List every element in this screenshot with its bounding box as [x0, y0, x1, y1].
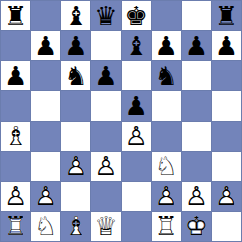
square-b6[interactable] [31, 61, 60, 90]
square-f1[interactable]: ♜♖ [152, 212, 181, 241]
square-e4[interactable]: ♟♙ [122, 122, 151, 151]
white-rook-icon[interactable]: ♜♖ [152, 212, 181, 241]
white-pawn-icon[interactable]: ♟♙ [182, 182, 211, 211]
square-d4[interactable] [91, 122, 120, 151]
square-c8[interactable]: ♝ [61, 1, 90, 30]
square-c5[interactable] [61, 91, 90, 120]
square-e6[interactable] [122, 61, 151, 90]
black-pawn-icon[interactable]: ♟ [61, 31, 90, 60]
black-bishop-icon[interactable]: ♝ [61, 1, 90, 30]
white-pawn-icon[interactable]: ♟♙ [152, 182, 181, 211]
square-h5[interactable] [212, 91, 241, 120]
square-d7[interactable] [91, 31, 120, 60]
square-d2[interactable] [91, 182, 120, 211]
square-e8[interactable]: ♚ [122, 1, 151, 30]
square-g6[interactable] [182, 61, 211, 90]
square-d5[interactable] [91, 91, 120, 120]
square-c6[interactable]: ♞ [61, 61, 90, 90]
square-f8[interactable] [152, 1, 181, 30]
square-h6[interactable] [212, 61, 241, 90]
square-b2[interactable]: ♟♙ [31, 182, 60, 211]
square-h8[interactable]: ♜ [212, 1, 241, 30]
square-b8[interactable] [31, 1, 60, 30]
square-h4[interactable] [212, 122, 241, 151]
chess-board-container: ♜♝♛♚♜♟♟♝♟♟♟♟♞♟♞♟♝♗♟♙♟♙♟♙♞♘♟♙♟♙♟♙♟♙♟♙♜♖♞♘… [0, 0, 242, 242]
square-f7[interactable]: ♟ [152, 31, 181, 60]
square-e5[interactable]: ♟ [122, 91, 151, 120]
white-pawn-icon[interactable]: ♟♙ [1, 182, 30, 211]
square-c1[interactable]: ♝♗ [61, 212, 90, 241]
white-king-icon[interactable]: ♚♔ [182, 212, 211, 241]
square-g1[interactable]: ♚♔ [182, 212, 211, 241]
square-d8[interactable]: ♛ [91, 1, 120, 30]
square-h3[interactable] [212, 152, 241, 181]
black-pawn-icon[interactable]: ♟ [212, 31, 241, 60]
white-rook-icon[interactable]: ♜♖ [1, 212, 30, 241]
square-e7[interactable]: ♝ [122, 31, 151, 60]
square-f4[interactable] [152, 122, 181, 151]
square-a1[interactable]: ♜♖ [1, 212, 30, 241]
black-rook-icon[interactable]: ♜ [1, 1, 30, 30]
square-g8[interactable] [182, 1, 211, 30]
square-b3[interactable] [31, 152, 60, 181]
white-knight-icon[interactable]: ♞♘ [152, 152, 181, 181]
square-b7[interactable]: ♟ [31, 31, 60, 60]
square-a3[interactable] [1, 152, 30, 181]
black-rook-icon[interactable]: ♜ [212, 1, 241, 30]
black-knight-icon[interactable]: ♞ [152, 61, 181, 90]
white-pawn-icon[interactable]: ♟♙ [31, 182, 60, 211]
white-bishop-icon[interactable]: ♝♗ [1, 122, 30, 151]
square-a6[interactable]: ♟ [1, 61, 30, 90]
white-pawn-icon[interactable]: ♟♙ [212, 182, 241, 211]
square-c7[interactable]: ♟ [61, 31, 90, 60]
black-pawn-icon[interactable]: ♟ [31, 31, 60, 60]
square-c4[interactable] [61, 122, 90, 151]
square-c2[interactable] [61, 182, 90, 211]
black-knight-icon[interactable]: ♞ [61, 61, 90, 90]
square-g4[interactable] [182, 122, 211, 151]
square-d1[interactable]: ♛♕ [91, 212, 120, 241]
square-e1[interactable] [122, 212, 151, 241]
chess-board: ♜♝♛♚♜♟♟♝♟♟♟♟♞♟♞♟♝♗♟♙♟♙♟♙♞♘♟♙♟♙♟♙♟♙♟♙♜♖♞♘… [0, 0, 242, 242]
square-c3[interactable]: ♟♙ [61, 152, 90, 181]
square-a4[interactable]: ♝♗ [1, 122, 30, 151]
square-e2[interactable] [122, 182, 151, 211]
square-a7[interactable] [1, 31, 30, 60]
black-pawn-icon[interactable]: ♟ [1, 61, 30, 90]
square-f2[interactable]: ♟♙ [152, 182, 181, 211]
black-king-icon[interactable]: ♚ [122, 1, 151, 30]
white-knight-icon[interactable]: ♞♘ [31, 212, 60, 241]
square-f5[interactable] [152, 91, 181, 120]
square-b1[interactable]: ♞♘ [31, 212, 60, 241]
square-h1[interactable] [212, 212, 241, 241]
square-f6[interactable]: ♞ [152, 61, 181, 90]
square-e3[interactable] [122, 152, 151, 181]
white-pawn-icon[interactable]: ♟♙ [61, 152, 90, 181]
square-h7[interactable]: ♟ [212, 31, 241, 60]
black-pawn-icon[interactable]: ♟ [91, 61, 120, 90]
square-a8[interactable]: ♜ [1, 1, 30, 30]
square-g7[interactable]: ♟ [182, 31, 211, 60]
black-bishop-icon[interactable]: ♝ [122, 31, 151, 60]
square-b5[interactable] [31, 91, 60, 120]
black-pawn-icon[interactable]: ♟ [182, 31, 211, 60]
square-g5[interactable] [182, 91, 211, 120]
square-f3[interactable]: ♞♘ [152, 152, 181, 181]
square-a2[interactable]: ♟♙ [1, 182, 30, 211]
white-pawn-icon[interactable]: ♟♙ [122, 122, 151, 151]
black-pawn-icon[interactable]: ♟ [152, 31, 181, 60]
square-a5[interactable] [1, 91, 30, 120]
white-bishop-icon[interactable]: ♝♗ [61, 212, 90, 241]
black-pawn-icon[interactable]: ♟ [122, 91, 151, 120]
square-g3[interactable] [182, 152, 211, 181]
square-d3[interactable]: ♟♙ [91, 152, 120, 181]
square-g2[interactable]: ♟♙ [182, 182, 211, 211]
white-queen-icon[interactable]: ♛♕ [91, 212, 120, 241]
square-h2[interactable]: ♟♙ [212, 182, 241, 211]
square-d6[interactable]: ♟ [91, 61, 120, 90]
square-b4[interactable] [31, 122, 60, 151]
black-queen-icon[interactable]: ♛ [91, 1, 120, 30]
white-pawn-icon[interactable]: ♟♙ [91, 152, 120, 181]
